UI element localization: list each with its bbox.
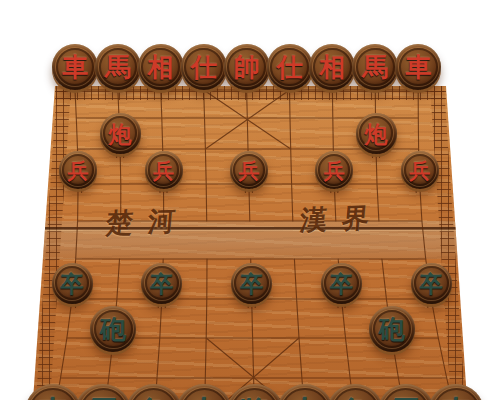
- piece-character: 兵: [324, 160, 345, 181]
- piece-character: 卒: [240, 272, 263, 295]
- piece-red[interactable]: 兵: [59, 151, 97, 189]
- piece-character: 車: [62, 54, 88, 80]
- piece-black[interactable]: 卒: [321, 263, 362, 304]
- piece-character: 車: [441, 397, 472, 400]
- piece-character: 相: [319, 54, 345, 80]
- piece-character: 卒: [330, 272, 353, 295]
- piece-character: 帥: [234, 54, 260, 80]
- piece-red[interactable]: 馬: [352, 44, 398, 90]
- piece-character: 炮: [109, 122, 132, 145]
- piece-red[interactable]: 相: [309, 44, 355, 90]
- piece-character: 砲: [379, 316, 405, 342]
- piece-red[interactable]: 相: [138, 44, 184, 90]
- piece-character: 兵: [409, 160, 430, 181]
- piece-character: 象: [340, 397, 371, 400]
- piece-black[interactable]: 砲: [90, 306, 136, 352]
- piece-red[interactable]: 車: [52, 44, 98, 90]
- piece-character: 卒: [61, 272, 84, 295]
- board-fold-seam: [0, 227, 500, 232]
- piece-character: 士: [189, 397, 220, 400]
- piece-character: 車: [38, 397, 69, 400]
- piece-red[interactable]: 仕: [181, 44, 227, 90]
- piece-character: 兵: [238, 160, 259, 181]
- piece-red[interactable]: 兵: [145, 151, 183, 189]
- piece-character: 兵: [68, 160, 89, 181]
- river-text-han-jie: 漢界: [299, 203, 385, 233]
- piece-black[interactable]: 卒: [141, 263, 182, 304]
- piece-character: 卒: [150, 272, 173, 295]
- piece-red[interactable]: 炮: [356, 113, 397, 154]
- piece-character: 馬: [390, 397, 421, 400]
- river-text-chu-he: 楚河: [105, 206, 191, 236]
- piece-red[interactable]: 兵: [401, 151, 439, 189]
- piece-red[interactable]: 車: [395, 44, 441, 90]
- piece-red[interactable]: 兵: [230, 151, 268, 189]
- piece-character: 馬: [362, 54, 388, 80]
- piece-red[interactable]: 仕: [267, 44, 313, 90]
- piece-red[interactable]: 馬: [95, 44, 141, 90]
- piece-character: 馬: [88, 397, 119, 400]
- piece-character: 炮: [365, 122, 388, 145]
- piece-character: 兵: [153, 160, 174, 181]
- piece-black[interactable]: 卒: [411, 263, 452, 304]
- piece-red[interactable]: 炮: [100, 113, 141, 154]
- piece-character: 仕: [191, 54, 217, 80]
- piece-character: 將: [239, 397, 270, 400]
- piece-character: 卒: [420, 272, 443, 295]
- piece-character: 車: [405, 54, 431, 80]
- piece-character: 馬: [105, 54, 131, 80]
- piece-black[interactable]: 卒: [52, 263, 93, 304]
- piece-character: 仕: [277, 54, 303, 80]
- piece-character: 砲: [100, 316, 126, 342]
- piece-black[interactable]: 砲: [369, 306, 415, 352]
- product-photo: 楚河 漢界 車馬相仕帥仕相馬車炮炮兵兵兵兵兵卒卒卒卒卒砲砲車馬象士將士象馬車: [0, 0, 500, 400]
- piece-character: 象: [138, 397, 169, 400]
- piece-character: 相: [148, 54, 174, 80]
- piece-character: 士: [290, 397, 321, 400]
- piece-black[interactable]: 卒: [231, 263, 272, 304]
- piece-red[interactable]: 帥: [224, 44, 270, 90]
